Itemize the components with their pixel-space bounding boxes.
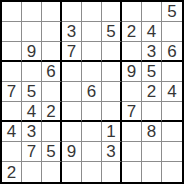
cell-r4c1[interactable]: [2, 62, 22, 82]
cell-r6c3: 2: [42, 102, 62, 122]
cell-r2c5[interactable]: [82, 22, 102, 42]
cell-r1c8[interactable]: [142, 2, 162, 22]
cell-r7c3[interactable]: [42, 122, 62, 142]
cell-r1c9: 5: [162, 2, 182, 22]
cell-r5c2: 5: [22, 82, 42, 102]
cell-r6c5[interactable]: [82, 102, 102, 122]
cell-r2c1[interactable]: [2, 22, 22, 42]
cell-r1c5[interactable]: [82, 2, 102, 22]
cell-r7c2: 3: [22, 122, 42, 142]
cell-r2c3[interactable]: [42, 22, 62, 42]
cell-r8c6: 3: [102, 142, 122, 162]
cell-r9c4[interactable]: [62, 162, 82, 182]
sudoku-board: 53524973669575624427431875932: [0, 0, 184, 184]
cell-r3c7[interactable]: [122, 42, 142, 62]
cell-r1c1[interactable]: [2, 2, 22, 22]
cell-r1c2[interactable]: [22, 2, 42, 22]
cell-r3c4: 7: [62, 42, 82, 62]
cell-r8c9[interactable]: [162, 142, 182, 162]
cell-r3c8: 3: [142, 42, 162, 62]
cell-r4c2[interactable]: [22, 62, 42, 82]
cell-r6c2: 4: [22, 102, 42, 122]
cell-r2c8: 4: [142, 22, 162, 42]
cell-r6c4[interactable]: [62, 102, 82, 122]
cell-r1c3[interactable]: [42, 2, 62, 22]
cell-r5c4[interactable]: [62, 82, 82, 102]
cell-r7c7[interactable]: [122, 122, 142, 142]
cell-r1c7[interactable]: [122, 2, 142, 22]
cell-r6c7: 7: [122, 102, 142, 122]
cell-r3c3[interactable]: [42, 42, 62, 62]
cell-r8c8[interactable]: [142, 142, 162, 162]
cell-r9c2[interactable]: [22, 162, 42, 182]
cell-r5c7[interactable]: [122, 82, 142, 102]
cell-r9c5[interactable]: [82, 162, 102, 182]
cell-r7c8: 8: [142, 122, 162, 142]
cell-r7c5[interactable]: [82, 122, 102, 142]
cell-r4c7: 9: [122, 62, 142, 82]
cell-r9c8[interactable]: [142, 162, 162, 182]
cell-r5c5: 6: [82, 82, 102, 102]
cell-r2c7: 2: [122, 22, 142, 42]
cell-r6c6[interactable]: [102, 102, 122, 122]
cell-r8c2: 7: [22, 142, 42, 162]
cell-r3c9: 6: [162, 42, 182, 62]
cell-r5c8: 2: [142, 82, 162, 102]
cell-r7c9[interactable]: [162, 122, 182, 142]
cell-r2c2[interactable]: [22, 22, 42, 42]
cell-r2c4: 3: [62, 22, 82, 42]
cell-r7c1: 4: [2, 122, 22, 142]
cell-r9c9[interactable]: [162, 162, 182, 182]
cell-r9c1: 2: [2, 162, 22, 182]
cell-r8c7[interactable]: [122, 142, 142, 162]
cell-r8c3: 5: [42, 142, 62, 162]
cell-r9c6[interactable]: [102, 162, 122, 182]
cell-r4c4[interactable]: [62, 62, 82, 82]
cell-r6c9[interactable]: [162, 102, 182, 122]
cell-r5c6[interactable]: [102, 82, 122, 102]
cell-r9c7[interactable]: [122, 162, 142, 182]
cell-r1c4[interactable]: [62, 2, 82, 22]
cell-r4c6[interactable]: [102, 62, 122, 82]
cell-r7c6: 1: [102, 122, 122, 142]
cell-r7c4[interactable]: [62, 122, 82, 142]
cell-r8c1[interactable]: [2, 142, 22, 162]
cell-r4c8: 5: [142, 62, 162, 82]
cell-r8c5[interactable]: [82, 142, 102, 162]
cell-r5c1: 7: [2, 82, 22, 102]
cell-r2c6: 5: [102, 22, 122, 42]
cell-r3c1[interactable]: [2, 42, 22, 62]
cell-r3c5[interactable]: [82, 42, 102, 62]
cell-r5c9: 4: [162, 82, 182, 102]
cell-r1c6[interactable]: [102, 2, 122, 22]
cell-r2c9[interactable]: [162, 22, 182, 42]
cell-r3c2: 9: [22, 42, 42, 62]
cell-r4c9[interactable]: [162, 62, 182, 82]
cell-r9c3[interactable]: [42, 162, 62, 182]
cell-r5c3[interactable]: [42, 82, 62, 102]
cell-r8c4: 9: [62, 142, 82, 162]
cell-r4c5[interactable]: [82, 62, 102, 82]
cell-r6c8[interactable]: [142, 102, 162, 122]
cell-r6c1[interactable]: [2, 102, 22, 122]
cell-r3c6[interactable]: [102, 42, 122, 62]
cell-r4c3: 6: [42, 62, 62, 82]
